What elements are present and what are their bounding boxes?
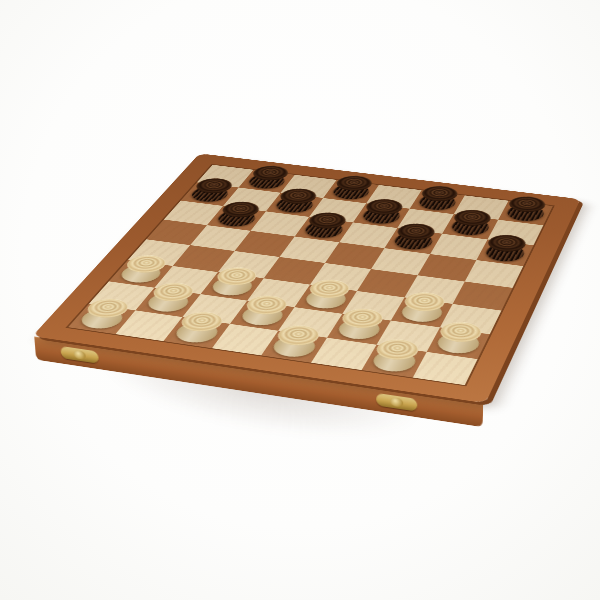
square-r6c5 — [295, 285, 358, 314]
checker-top — [305, 278, 354, 301]
square-r8c4 — [212, 324, 278, 356]
checker-top — [212, 265, 261, 287]
light-checker — [268, 334, 320, 359]
light-checker — [334, 317, 384, 341]
checker-top — [176, 310, 228, 334]
checker-top — [81, 296, 134, 320]
square-r4c7 — [418, 254, 477, 281]
square-r7c5 — [278, 307, 342, 338]
dark-checker — [245, 172, 290, 190]
square-r7c3 — [182, 294, 247, 324]
light-checker — [369, 348, 421, 374]
checker-top — [337, 306, 387, 330]
square-r8c1 — [68, 304, 135, 334]
checker-top — [148, 281, 199, 304]
square-r7c7 — [377, 321, 440, 352]
square-r6c8 — [440, 304, 501, 334]
brass-clasp-right — [376, 393, 417, 412]
dark-checker — [272, 195, 317, 214]
square-r8c8 — [413, 352, 478, 385]
square-r8c2 — [115, 310, 182, 341]
dark-checker — [187, 185, 233, 204]
square-r5c8 — [453, 282, 513, 311]
square-r5c7 — [405, 275, 465, 304]
checker-top — [273, 323, 325, 348]
light-checker — [142, 291, 194, 314]
brass-clasp-left — [60, 346, 99, 364]
checker-side — [369, 348, 421, 374]
square-r7c4 — [230, 301, 294, 331]
square-r6c3 — [201, 272, 264, 300]
square-r7c6 — [327, 314, 391, 345]
dark-checker — [329, 182, 373, 201]
checker-side — [75, 307, 128, 331]
checker-top — [372, 337, 423, 362]
checker-side — [237, 304, 288, 328]
perspective-stage — [0, 0, 600, 600]
checker-side — [142, 291, 194, 314]
dark-checker — [213, 208, 260, 228]
light-checker — [75, 307, 128, 331]
dark-checker — [448, 217, 492, 237]
checker-top — [400, 290, 448, 313]
square-r8c3 — [163, 317, 230, 348]
dark-checker — [504, 203, 547, 222]
square-r6c7 — [391, 297, 453, 327]
checker-side — [268, 334, 320, 359]
board-photo-scene — [0, 0, 600, 600]
checker-side — [116, 263, 166, 285]
square-r7c1 — [89, 281, 154, 310]
light-checker — [433, 331, 483, 356]
square-r4c8 — [465, 260, 523, 288]
light-checker — [237, 304, 288, 328]
dark-checker — [416, 193, 460, 212]
dark-checker — [359, 206, 404, 226]
checker-side — [334, 317, 384, 341]
checker-side — [397, 300, 446, 324]
checkers-board — [32, 153, 580, 403]
square-r8c7 — [362, 345, 427, 378]
checker-side — [433, 331, 483, 356]
dark-checker — [482, 242, 527, 263]
light-checker — [116, 263, 166, 285]
square-r8c6 — [311, 338, 376, 370]
square-r6c2 — [154, 266, 217, 294]
square-r5c5 — [310, 263, 371, 291]
dark-checker — [301, 219, 347, 239]
square-r7c8 — [427, 327, 490, 359]
square-r8c5 — [261, 331, 327, 363]
checker-side — [301, 288, 350, 311]
square-r6c6 — [342, 291, 404, 321]
checker-side — [170, 320, 223, 345]
light-checker — [301, 288, 350, 311]
square-r5c6 — [357, 269, 418, 297]
light-checker — [207, 275, 257, 298]
square-r6c4 — [247, 278, 310, 307]
square-r6c1 — [109, 260, 173, 288]
light-checker — [397, 300, 446, 324]
checker-top — [241, 293, 291, 316]
light-checker — [170, 320, 223, 345]
checker-side — [207, 275, 257, 298]
dark-checker — [391, 231, 437, 252]
square-r7c2 — [135, 288, 200, 317]
checker-top — [436, 320, 485, 345]
